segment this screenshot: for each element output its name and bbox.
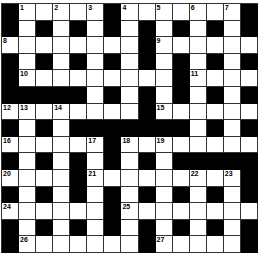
cell-r13c13[interactable] bbox=[224, 220, 241, 237]
cell-r14c10[interactable] bbox=[173, 236, 190, 253]
clue-number-20: 20 bbox=[3, 170, 11, 178]
cell-r6c6[interactable] bbox=[104, 104, 121, 121]
cell-r7c1[interactable] bbox=[19, 120, 36, 137]
cell-r8c13[interactable] bbox=[224, 137, 241, 154]
block-r9c4 bbox=[70, 153, 87, 170]
cell-r2c11[interactable] bbox=[190, 37, 207, 54]
clue-number-6: 6 bbox=[191, 4, 195, 12]
cell-r4c4[interactable] bbox=[70, 70, 87, 87]
cell-r6c11[interactable] bbox=[190, 104, 207, 121]
block-r13c12 bbox=[207, 220, 224, 237]
block-r4c10 bbox=[173, 70, 190, 87]
cell-r11c5[interactable] bbox=[87, 187, 104, 204]
cell-r12c2[interactable] bbox=[36, 203, 53, 220]
cell-r2c4[interactable] bbox=[70, 37, 87, 54]
cell-r10c2[interactable] bbox=[36, 170, 53, 187]
clue-number-23: 23 bbox=[225, 170, 233, 178]
cell-r11c9[interactable] bbox=[156, 187, 173, 204]
clue-number-24: 24 bbox=[3, 203, 11, 211]
block-r1c12 bbox=[207, 21, 224, 38]
cell-r11c3[interactable] bbox=[53, 187, 70, 204]
block-r9c14 bbox=[241, 153, 258, 170]
cell-r0c2[interactable] bbox=[36, 4, 53, 21]
cell-r4c11[interactable]: 11 bbox=[190, 70, 207, 87]
cell-r13c11[interactable] bbox=[190, 220, 207, 237]
cell-r1c1[interactable] bbox=[19, 21, 36, 38]
cell-r2c3[interactable] bbox=[53, 37, 70, 54]
cell-r11c13[interactable] bbox=[224, 187, 241, 204]
crossword-page: 1234567891011121314151617181920212223242… bbox=[0, 0, 259, 253]
block-r5c10 bbox=[173, 87, 190, 104]
clue-number-27: 27 bbox=[157, 236, 165, 244]
clue-number-2: 2 bbox=[54, 4, 58, 12]
cell-r12c12[interactable] bbox=[207, 203, 224, 220]
cell-r3c1[interactable] bbox=[19, 54, 36, 71]
clue-number-13: 13 bbox=[20, 104, 28, 112]
cell-r0c1[interactable]: 1 bbox=[19, 4, 36, 21]
block-r13c4 bbox=[70, 220, 87, 237]
cell-r14c7[interactable] bbox=[121, 236, 138, 253]
block-r3c4 bbox=[70, 54, 87, 71]
block-r12c6 bbox=[104, 203, 121, 220]
clue-number-16: 16 bbox=[3, 137, 11, 145]
cell-r12c10[interactable] bbox=[173, 203, 190, 220]
cell-r9c1[interactable] bbox=[19, 153, 36, 170]
block-r11c4 bbox=[70, 187, 87, 204]
block-r10c4 bbox=[70, 170, 87, 187]
cell-r2c2[interactable] bbox=[36, 37, 53, 54]
cell-r13c7[interactable] bbox=[121, 220, 138, 237]
cell-r0c5[interactable]: 3 bbox=[87, 4, 104, 21]
cell-r3c9[interactable] bbox=[156, 54, 173, 71]
cell-r12c7[interactable]: 25 bbox=[121, 203, 138, 220]
crossword-grid: 1234567891011121314151617181920212223242… bbox=[1, 3, 258, 253]
block-r5c12 bbox=[207, 87, 224, 104]
clue-number-8: 8 bbox=[3, 37, 7, 45]
cell-r5c11[interactable] bbox=[190, 87, 207, 104]
cell-r2c0[interactable]: 8 bbox=[2, 37, 19, 54]
cell-r4c2[interactable] bbox=[36, 70, 53, 87]
cell-r12c9[interactable] bbox=[156, 203, 173, 220]
cell-r6c4[interactable] bbox=[70, 104, 87, 121]
block-r5c4 bbox=[70, 87, 87, 104]
cell-r1c9[interactable] bbox=[156, 21, 173, 38]
cell-r4c6[interactable] bbox=[104, 70, 121, 87]
block-r11c10 bbox=[173, 187, 190, 204]
block-r11c8 bbox=[139, 187, 156, 204]
block-r9c2 bbox=[36, 153, 53, 170]
block-r3c2 bbox=[36, 54, 53, 71]
cell-r10c8[interactable] bbox=[139, 170, 156, 187]
block-r7c7 bbox=[121, 120, 138, 137]
block-r1c14 bbox=[241, 21, 258, 38]
clue-number-1: 1 bbox=[20, 4, 24, 12]
cell-r5c7[interactable] bbox=[121, 87, 138, 104]
clue-number-10: 10 bbox=[20, 70, 28, 78]
cell-r10c6[interactable] bbox=[104, 170, 121, 187]
block-r13c6 bbox=[104, 220, 121, 237]
cell-r10c10[interactable] bbox=[173, 170, 190, 187]
cell-r4c8[interactable] bbox=[139, 70, 156, 87]
clue-number-14: 14 bbox=[54, 104, 62, 112]
cell-r8c1[interactable] bbox=[19, 137, 36, 154]
cell-r8c7[interactable]: 18 bbox=[121, 137, 138, 154]
cell-r12c8[interactable] bbox=[139, 203, 156, 220]
cell-r12c14[interactable] bbox=[241, 203, 258, 220]
clue-number-11: 11 bbox=[191, 70, 198, 78]
cell-r0c9[interactable]: 5 bbox=[156, 4, 173, 21]
clue-number-19: 19 bbox=[157, 137, 165, 145]
cell-r14c1[interactable]: 26 bbox=[19, 236, 36, 253]
block-r7c5 bbox=[87, 120, 104, 137]
cell-r8c9[interactable]: 19 bbox=[156, 137, 173, 154]
cell-r13c3[interactable] bbox=[53, 220, 70, 237]
block-r5c3 bbox=[53, 87, 70, 104]
cell-r2c10[interactable] bbox=[173, 37, 190, 54]
block-r13c14 bbox=[241, 220, 258, 237]
cell-r12c13[interactable] bbox=[224, 203, 241, 220]
cell-r7c11[interactable] bbox=[190, 120, 207, 137]
cell-r2c7[interactable] bbox=[121, 37, 138, 54]
cell-r14c11[interactable] bbox=[190, 236, 207, 253]
cell-r8c8[interactable] bbox=[139, 137, 156, 154]
clue-number-25: 25 bbox=[122, 203, 130, 211]
block-r7c0 bbox=[2, 120, 19, 137]
cell-r12c0[interactable]: 24 bbox=[2, 203, 19, 220]
cell-r0c4[interactable] bbox=[70, 4, 87, 21]
cell-r4c12[interactable] bbox=[207, 70, 224, 87]
block-r13c0 bbox=[2, 220, 19, 237]
cell-r3c5[interactable] bbox=[87, 54, 104, 71]
cell-r12c4[interactable] bbox=[70, 203, 87, 220]
block-r9c0 bbox=[2, 153, 19, 170]
block-r14c8 bbox=[139, 236, 156, 253]
cell-r11c1[interactable] bbox=[19, 187, 36, 204]
cell-r5c9[interactable] bbox=[156, 87, 173, 104]
cell-r3c7[interactable] bbox=[121, 54, 138, 71]
block-r3c8 bbox=[139, 54, 156, 71]
cell-r2c14[interactable] bbox=[241, 37, 258, 54]
cell-r8c11[interactable] bbox=[190, 137, 207, 154]
block-r5c1 bbox=[19, 87, 36, 104]
cell-r14c13[interactable] bbox=[224, 236, 241, 253]
block-r8c6 bbox=[104, 137, 121, 154]
cell-r8c5[interactable]: 17 bbox=[87, 137, 104, 154]
block-r1c6 bbox=[104, 21, 121, 38]
clue-number-26: 26 bbox=[20, 236, 28, 244]
block-r5c0 bbox=[2, 87, 19, 104]
block-r3c14 bbox=[241, 54, 258, 71]
block-r7c4 bbox=[70, 120, 87, 137]
block-r11c0 bbox=[2, 187, 19, 204]
cell-r14c4[interactable] bbox=[70, 236, 87, 253]
clue-number-17: 17 bbox=[88, 137, 96, 145]
block-r14c0 bbox=[2, 236, 19, 253]
cell-r4c9[interactable] bbox=[156, 70, 173, 87]
cell-r9c5[interactable] bbox=[87, 153, 104, 170]
cell-r6c13[interactable] bbox=[224, 104, 241, 121]
block-r7c9 bbox=[156, 120, 173, 137]
clue-number-5: 5 bbox=[157, 4, 161, 12]
block-r14c14 bbox=[241, 236, 258, 253]
block-r9c13 bbox=[224, 153, 241, 170]
cell-r8c10[interactable] bbox=[173, 137, 190, 154]
cell-r3c11[interactable] bbox=[190, 54, 207, 71]
cell-r10c13[interactable]: 23 bbox=[224, 170, 241, 187]
cell-r10c0[interactable]: 20 bbox=[2, 170, 19, 187]
cell-r4c5[interactable] bbox=[87, 70, 104, 87]
clue-number-22: 22 bbox=[191, 170, 199, 178]
cell-r2c5[interactable] bbox=[87, 37, 104, 54]
block-r7c8 bbox=[139, 120, 156, 137]
cell-r9c7[interactable] bbox=[121, 153, 138, 170]
cell-r8c3[interactable] bbox=[53, 137, 70, 154]
cell-r6c2[interactable] bbox=[36, 104, 53, 121]
clue-number-3: 3 bbox=[88, 4, 92, 12]
block-r1c8 bbox=[139, 21, 156, 38]
block-r11c6 bbox=[104, 187, 121, 204]
block-r1c4 bbox=[70, 21, 87, 38]
cell-r0c8[interactable] bbox=[139, 4, 156, 21]
clue-number-18: 18 bbox=[122, 137, 130, 145]
cell-r1c11[interactable] bbox=[190, 21, 207, 38]
block-r3c0 bbox=[2, 54, 19, 71]
cell-r0c7[interactable]: 4 bbox=[121, 4, 138, 21]
cell-r1c7[interactable] bbox=[121, 21, 138, 38]
cell-r6c14[interactable] bbox=[241, 104, 258, 121]
block-r2c8 bbox=[139, 37, 156, 54]
cell-r9c9[interactable] bbox=[156, 153, 173, 170]
block-r11c14 bbox=[241, 187, 258, 204]
cell-r4c14[interactable] bbox=[241, 70, 258, 87]
cell-r4c3[interactable] bbox=[53, 70, 70, 87]
block-r5c6 bbox=[104, 87, 121, 104]
block-r3c6 bbox=[104, 54, 121, 71]
cell-r10c9[interactable] bbox=[156, 170, 173, 187]
cell-r8c4[interactable] bbox=[70, 137, 87, 154]
cell-r2c13[interactable] bbox=[224, 37, 241, 54]
cell-r7c13[interactable] bbox=[224, 120, 241, 137]
block-r1c2 bbox=[36, 21, 53, 38]
block-r9c12 bbox=[207, 153, 224, 170]
block-r13c2 bbox=[36, 220, 53, 237]
cell-r12c1[interactable] bbox=[19, 203, 36, 220]
cell-r1c3[interactable] bbox=[53, 21, 70, 38]
block-r13c10 bbox=[173, 220, 190, 237]
cell-r0c11[interactable]: 6 bbox=[190, 4, 207, 21]
block-r13c8 bbox=[139, 220, 156, 237]
block-r0c6 bbox=[104, 4, 121, 21]
cell-r14c12[interactable] bbox=[207, 236, 224, 253]
cell-r10c7[interactable] bbox=[121, 170, 138, 187]
block-r0c14 bbox=[241, 4, 258, 21]
cell-r8c0[interactable]: 16 bbox=[2, 137, 19, 154]
cell-r6c12[interactable] bbox=[207, 104, 224, 121]
cell-r8c2[interactable] bbox=[36, 137, 53, 154]
clue-number-4: 4 bbox=[122, 4, 126, 12]
cell-r2c6[interactable] bbox=[104, 37, 121, 54]
block-r6c8 bbox=[139, 104, 156, 121]
cell-r6c7[interactable] bbox=[121, 104, 138, 121]
block-r7c10 bbox=[173, 120, 190, 137]
cell-r10c5[interactable]: 21 bbox=[87, 170, 104, 187]
cell-r13c9[interactable] bbox=[156, 220, 173, 237]
cell-r6c0[interactable]: 12 bbox=[2, 104, 19, 121]
cell-r11c7[interactable] bbox=[121, 187, 138, 204]
cell-r14c9[interactable]: 27 bbox=[156, 236, 173, 253]
cell-r14c2[interactable] bbox=[36, 236, 53, 253]
block-r7c12 bbox=[207, 120, 224, 137]
clue-number-12: 12 bbox=[3, 104, 11, 112]
block-r5c14 bbox=[241, 87, 258, 104]
cell-r5c5[interactable] bbox=[87, 87, 104, 104]
cell-r0c10[interactable] bbox=[173, 4, 190, 21]
cell-r14c6[interactable] bbox=[104, 236, 121, 253]
cell-r1c13[interactable] bbox=[224, 21, 241, 38]
block-r10c14 bbox=[241, 170, 258, 187]
cell-r6c9[interactable]: 15 bbox=[156, 104, 173, 121]
block-r5c8 bbox=[139, 87, 156, 104]
block-r3c10 bbox=[173, 54, 190, 71]
block-r9c8 bbox=[139, 153, 156, 170]
block-r9c6 bbox=[104, 153, 121, 170]
cell-r6c5[interactable] bbox=[87, 104, 104, 121]
cell-r13c1[interactable] bbox=[19, 220, 36, 237]
cell-r8c14[interactable] bbox=[241, 137, 258, 154]
clue-number-7: 7 bbox=[225, 4, 229, 12]
cell-r9c3[interactable] bbox=[53, 153, 70, 170]
cell-r10c3[interactable] bbox=[53, 170, 70, 187]
cell-r10c11[interactable]: 22 bbox=[190, 170, 207, 187]
cell-r0c3[interactable]: 2 bbox=[53, 4, 70, 21]
cell-r13c5[interactable] bbox=[87, 220, 104, 237]
cell-r2c1[interactable] bbox=[19, 37, 36, 54]
cell-r10c1[interactable] bbox=[19, 170, 36, 187]
clue-number-15: 15 bbox=[157, 104, 165, 112]
cell-r6c10[interactable] bbox=[173, 104, 190, 121]
cell-r0c13[interactable]: 7 bbox=[224, 4, 241, 21]
cell-r7c3[interactable] bbox=[53, 120, 70, 137]
cell-r2c9[interactable]: 9 bbox=[156, 37, 173, 54]
block-r7c14 bbox=[241, 120, 258, 137]
block-r0c0 bbox=[2, 4, 19, 21]
cell-r12c11[interactable] bbox=[190, 203, 207, 220]
cell-r2c12[interactable] bbox=[207, 37, 224, 54]
cell-r14c3[interactable] bbox=[53, 236, 70, 253]
cell-r11c11[interactable] bbox=[190, 187, 207, 204]
block-r3c12 bbox=[207, 54, 224, 71]
block-r4c0 bbox=[2, 70, 19, 87]
clue-number-21: 21 bbox=[88, 170, 96, 178]
cell-r4c13[interactable] bbox=[224, 70, 241, 87]
cell-r14c5[interactable] bbox=[87, 236, 104, 253]
cell-r6c1[interactable]: 13 bbox=[19, 104, 36, 121]
cell-r8c12[interactable] bbox=[207, 137, 224, 154]
cell-r6c3[interactable]: 14 bbox=[53, 104, 70, 121]
clue-number-9: 9 bbox=[157, 37, 161, 45]
cell-r12c5[interactable] bbox=[87, 203, 104, 220]
cell-r3c3[interactable] bbox=[53, 54, 70, 71]
block-r7c6 bbox=[104, 120, 121, 137]
block-r9c11 bbox=[190, 153, 207, 170]
block-r7c2 bbox=[36, 120, 53, 137]
cell-r0c12[interactable] bbox=[207, 4, 224, 21]
cell-r4c1[interactable]: 10 bbox=[19, 70, 36, 87]
cell-r3c13[interactable] bbox=[224, 54, 241, 71]
cell-r4c7[interactable] bbox=[121, 70, 138, 87]
cell-r10c12[interactable] bbox=[207, 170, 224, 187]
cell-r12c3[interactable] bbox=[53, 203, 70, 220]
cell-r1c5[interactable] bbox=[87, 21, 104, 38]
cell-r5c13[interactable] bbox=[224, 87, 241, 104]
block-r1c0 bbox=[2, 21, 19, 38]
block-r9c10 bbox=[173, 153, 190, 170]
block-r1c10 bbox=[173, 21, 190, 38]
block-r5c2 bbox=[36, 87, 53, 104]
block-r11c12 bbox=[207, 187, 224, 204]
block-r11c2 bbox=[36, 187, 53, 204]
